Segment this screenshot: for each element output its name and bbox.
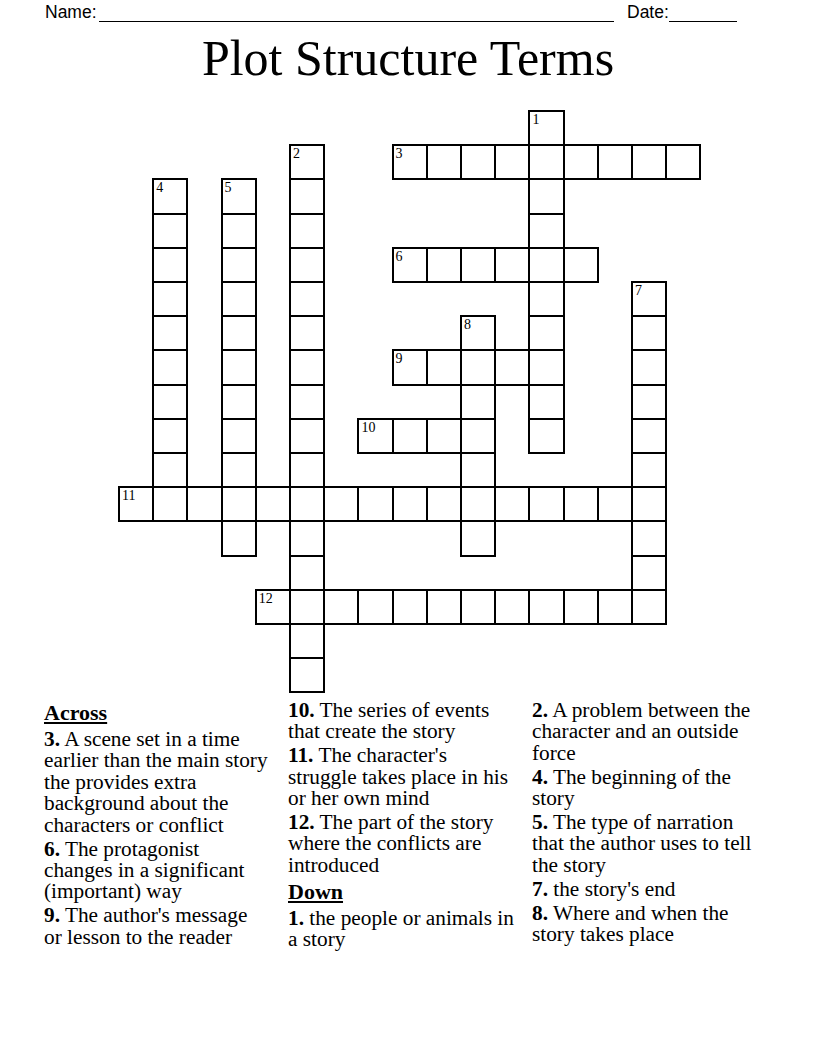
- name-label: Name:: [45, 2, 97, 22]
- down-clues-part1: 1. the people or animals in a story: [288, 908, 515, 951]
- cell-r8c3[interactable]: [221, 384, 257, 420]
- cell-r7c10[interactable]: [460, 349, 496, 385]
- cell-r10c15[interactable]: [631, 452, 667, 488]
- clue-number-label: 2.: [532, 698, 548, 722]
- cell-r9c3[interactable]: [221, 418, 257, 454]
- cell-r11c11[interactable]: [494, 486, 530, 522]
- clue-number-label: 8.: [532, 901, 548, 925]
- cell-r14c13[interactable]: [563, 589, 599, 625]
- cell-r13c15[interactable]: [631, 555, 667, 591]
- clue-number-label: 11.: [288, 743, 313, 767]
- cell-number-11: 11: [122, 488, 135, 503]
- clue-number-label: 12.: [288, 810, 315, 834]
- cell-r2c12[interactable]: [528, 178, 564, 214]
- cell-r4c5[interactable]: [289, 247, 325, 283]
- cell-r5c1[interactable]: [152, 281, 188, 317]
- cell-r12c5[interactable]: [289, 520, 325, 556]
- down-clue-7: 7. the story's end: [532, 879, 754, 900]
- cell-number-3: 3: [396, 146, 403, 161]
- down-clues-part2: 2. A problem between the character and a…: [532, 700, 754, 945]
- cell-r11c5[interactable]: [289, 486, 325, 522]
- cell-r11c7[interactable]: [357, 486, 393, 522]
- cell-r3c12[interactable]: [528, 213, 564, 249]
- cell-r7c15[interactable]: [631, 349, 667, 385]
- clue-column-1: Across 3. A scene set in a time earlier …: [44, 700, 269, 951]
- down-clue-8: 8. Where and when the story takes place: [532, 903, 754, 946]
- cell-r3c5[interactable]: [289, 213, 325, 249]
- cell-r11c9[interactable]: [426, 486, 462, 522]
- cell-r11c4[interactable]: [255, 486, 291, 522]
- cell-r1c14[interactable]: [597, 144, 633, 180]
- cell-r4c8[interactable]: 6: [392, 247, 428, 283]
- cell-r14c10[interactable]: [460, 589, 496, 625]
- cell-r5c15[interactable]: 7: [631, 281, 667, 317]
- cell-r14c6[interactable]: [323, 589, 359, 625]
- crossword-grid: 123456789101112: [118, 110, 700, 692]
- clue-column-2: 10. The series of events that create the…: [288, 700, 515, 953]
- cell-r7c8[interactable]: 9: [392, 349, 428, 385]
- clue-number-label: 1.: [288, 906, 304, 930]
- cell-number-2: 2: [293, 146, 300, 161]
- cell-r7c12[interactable]: [528, 349, 564, 385]
- cell-r10c3[interactable]: [221, 452, 257, 488]
- cell-r4c13[interactable]: [563, 247, 599, 283]
- cell-r16c5[interactable]: [289, 657, 325, 693]
- clue-number-label: 5.: [532, 810, 548, 834]
- cell-r9c12[interactable]: [528, 418, 564, 454]
- date-blank-line: [669, 2, 737, 22]
- cell-r1c8[interactable]: 3: [392, 144, 428, 180]
- cell-r2c3[interactable]: 5: [221, 178, 257, 214]
- cell-number-4: 4: [156, 180, 163, 195]
- cell-r14c9[interactable]: [426, 589, 462, 625]
- across-heading: Across: [44, 700, 269, 725]
- cell-r2c5[interactable]: [289, 178, 325, 214]
- clue-number-label: 10.: [288, 698, 315, 722]
- cell-r4c1[interactable]: [152, 247, 188, 283]
- cell-r11c13[interactable]: [563, 486, 599, 522]
- cell-r3c1[interactable]: [152, 213, 188, 249]
- cell-number-7: 7: [635, 283, 642, 298]
- cell-number-6: 6: [396, 249, 403, 264]
- cell-r14c14[interactable]: [597, 589, 633, 625]
- cell-r9c9[interactable]: [426, 418, 462, 454]
- cell-number-10: 10: [361, 420, 375, 435]
- cell-r1c9[interactable]: [426, 144, 462, 180]
- clue-number-label: 7.: [532, 877, 548, 901]
- across-clue-9: 9. The author's message or lesson to the…: [44, 905, 269, 948]
- cell-r9c10[interactable]: [460, 418, 496, 454]
- across-clue-10: 10. The series of events that create the…: [288, 700, 515, 743]
- date-label: Date:: [627, 2, 669, 22]
- cell-r7c1[interactable]: [152, 349, 188, 385]
- cell-r5c12[interactable]: [528, 281, 564, 317]
- cell-r0c12[interactable]: 1: [528, 110, 564, 146]
- cell-r4c12[interactable]: [528, 247, 564, 283]
- cell-r2c1[interactable]: 4: [152, 178, 188, 214]
- cell-r11c14[interactable]: [597, 486, 633, 522]
- cell-r14c15[interactable]: [631, 589, 667, 625]
- cell-r4c3[interactable]: [221, 247, 257, 283]
- down-clue-2: 2. A problem between the character and a…: [532, 700, 754, 764]
- clue-number-label: 3.: [44, 727, 60, 751]
- cell-r14c5[interactable]: [289, 589, 325, 625]
- cell-r10c1[interactable]: [152, 452, 188, 488]
- down-clue-5: 5. The type of narration that the author…: [532, 812, 754, 876]
- cell-r8c1[interactable]: [152, 384, 188, 420]
- cell-r6c10[interactable]: 8: [460, 315, 496, 351]
- clue-number-label: 6.: [44, 837, 60, 861]
- cell-r11c10[interactable]: [460, 486, 496, 522]
- clue-column-3: 2. A problem between the character and a…: [532, 700, 754, 948]
- cell-r5c3[interactable]: [221, 281, 257, 317]
- cell-r6c3[interactable]: [221, 315, 257, 351]
- cell-r7c11[interactable]: [494, 349, 530, 385]
- across-clue-6: 6. The protagonist changes in a signific…: [44, 839, 269, 903]
- cell-r11c0[interactable]: 11: [118, 486, 154, 522]
- across-clue-11: 11. The character's struggle takes place…: [288, 745, 515, 809]
- worksheet-page: Name: Date: Plot Structure Terms 1234567…: [0, 0, 816, 1056]
- cell-r8c10[interactable]: [460, 384, 496, 420]
- cell-r9c7[interactable]: 10: [357, 418, 393, 454]
- cell-r4c10[interactable]: [460, 247, 496, 283]
- cell-number-8: 8: [464, 317, 471, 332]
- cell-r4c11[interactable]: [494, 247, 530, 283]
- cell-r1c15[interactable]: [631, 144, 667, 180]
- cell-r12c15[interactable]: [631, 520, 667, 556]
- name-blank-line: [99, 2, 614, 22]
- cell-r7c9[interactable]: [426, 349, 462, 385]
- cell-r11c3[interactable]: [221, 486, 257, 522]
- cell-r1c12[interactable]: [528, 144, 564, 180]
- clue-number-label: 9.: [44, 903, 60, 927]
- cell-r8c12[interactable]: [528, 384, 564, 420]
- cell-r1c13[interactable]: [563, 144, 599, 180]
- cell-r7c3[interactable]: [221, 349, 257, 385]
- clue-number-label: 4.: [532, 765, 548, 789]
- cell-r11c6[interactable]: [323, 486, 359, 522]
- cell-r15c5[interactable]: [289, 623, 325, 659]
- cell-r13c5[interactable]: [289, 555, 325, 591]
- cell-r12c10[interactable]: [460, 520, 496, 556]
- cell-r9c1[interactable]: [152, 418, 188, 454]
- across-clue-3: 3. A scene set in a time earlier than th…: [44, 729, 269, 836]
- cell-r14c8[interactable]: [392, 589, 428, 625]
- down-heading: Down: [288, 879, 515, 904]
- cell-r10c10[interactable]: [460, 452, 496, 488]
- cell-r1c10[interactable]: [460, 144, 496, 180]
- cell-r14c11[interactable]: [494, 589, 530, 625]
- cell-r6c15[interactable]: [631, 315, 667, 351]
- cell-r9c8[interactable]: [392, 418, 428, 454]
- cell-r11c1[interactable]: [152, 486, 188, 522]
- cell-number-5: 5: [225, 180, 232, 195]
- cell-r9c5[interactable]: [289, 418, 325, 454]
- cell-r11c12[interactable]: [528, 486, 564, 522]
- cell-r10c5[interactable]: [289, 452, 325, 488]
- cell-r12c3[interactable]: [221, 520, 257, 556]
- cell-r11c8[interactable]: [392, 486, 428, 522]
- cell-number-12: 12: [259, 591, 273, 606]
- cell-r11c2[interactable]: [186, 486, 222, 522]
- cell-r14c12[interactable]: [528, 589, 564, 625]
- cell-r4c9[interactable]: [426, 247, 462, 283]
- across-clue-12: 12. The part of the story where the conf…: [288, 812, 515, 876]
- cell-number-9: 9: [396, 351, 403, 366]
- cell-r1c11[interactable]: [494, 144, 530, 180]
- cell-r9c15[interactable]: [631, 418, 667, 454]
- cell-r1c5[interactable]: 2: [289, 144, 325, 180]
- cell-r6c1[interactable]: [152, 315, 188, 351]
- down-clue-1: 1. the people or animals in a story: [288, 908, 515, 951]
- down-clue-4: 4. The beginning of the story: [532, 767, 754, 810]
- cell-r1c16[interactable]: [665, 144, 701, 180]
- page-title: Plot Structure Terms: [0, 32, 816, 85]
- cell-r3c3[interactable]: [221, 213, 257, 249]
- cell-r5c5[interactable]: [289, 281, 325, 317]
- cell-r8c15[interactable]: [631, 384, 667, 420]
- cell-r11c15[interactable]: [631, 486, 667, 522]
- across-clues-part1: 3. A scene set in a time earlier than th…: [44, 729, 269, 948]
- cell-r7c5[interactable]: [289, 349, 325, 385]
- cell-r14c7[interactable]: [357, 589, 393, 625]
- across-clues-part2: 10. The series of events that create the…: [288, 700, 515, 876]
- cell-r8c5[interactable]: [289, 384, 325, 420]
- cell-r6c12[interactable]: [528, 315, 564, 351]
- cell-r14c4[interactable]: 12: [255, 589, 291, 625]
- cell-r6c5[interactable]: [289, 315, 325, 351]
- cell-number-1: 1: [532, 112, 539, 127]
